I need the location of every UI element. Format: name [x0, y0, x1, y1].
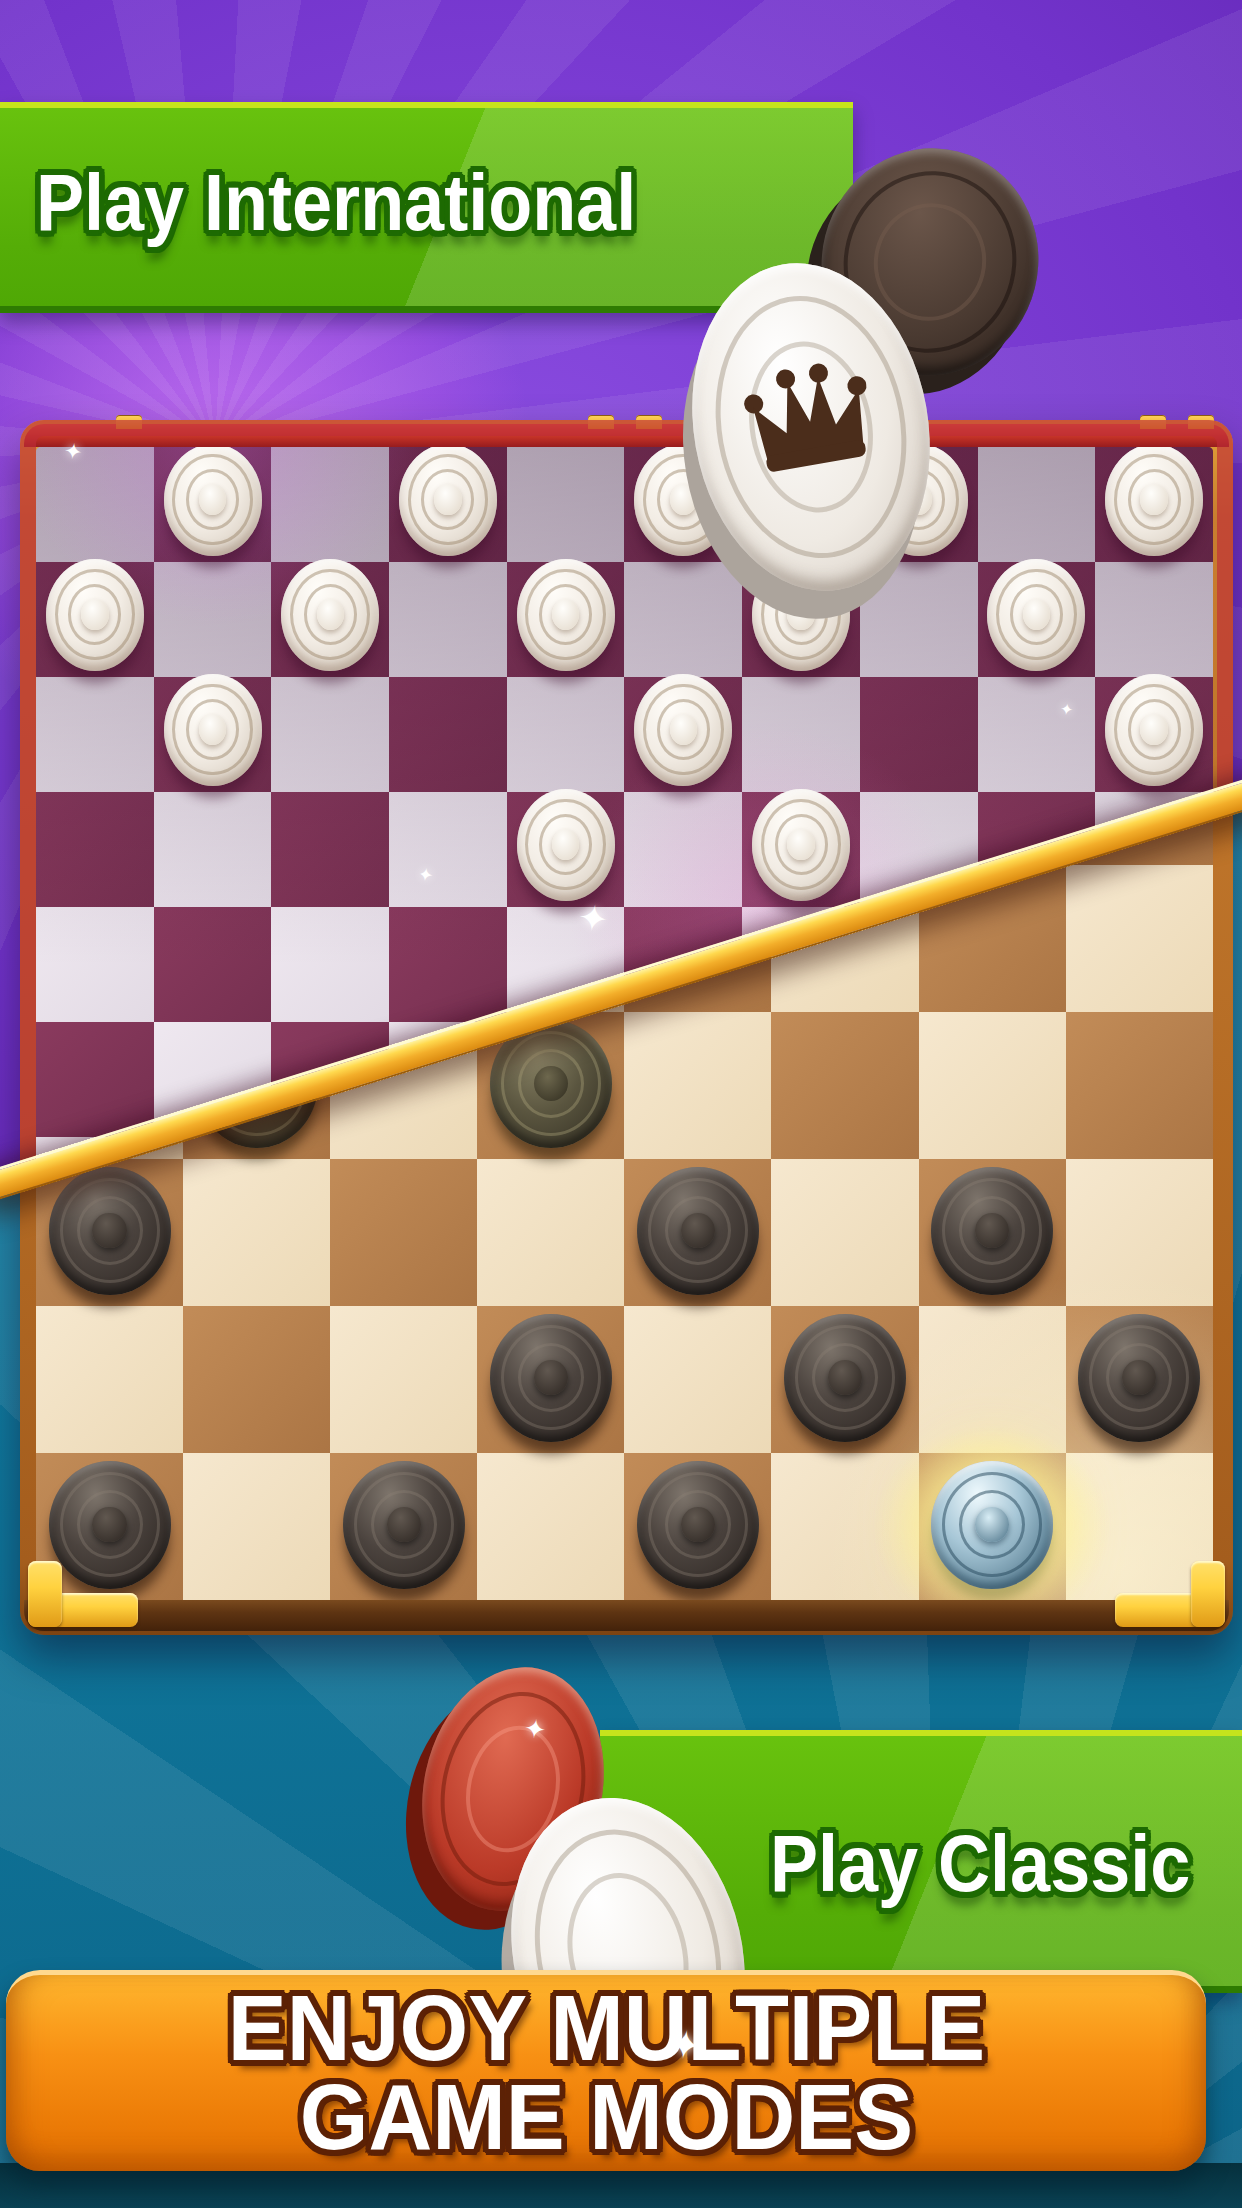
dark-square: [36, 1022, 154, 1137]
light-square: [507, 677, 625, 792]
dark-checker-piece[interactable]: [49, 1461, 171, 1589]
light-square: [624, 1012, 771, 1159]
light-square: [271, 907, 389, 1022]
light-square: [477, 1159, 624, 1306]
frame-notch: [1188, 415, 1214, 429]
light-square: [978, 677, 1096, 792]
light-square: [154, 792, 272, 907]
sparkle-icon: ✦: [665, 2020, 705, 2070]
sparkle-icon: ✦: [62, 438, 84, 466]
dark-checker-piece[interactable]: [784, 1314, 906, 1442]
frame-notch: [588, 415, 614, 429]
sparkle-icon: ✦: [1059, 699, 1075, 720]
dark-square: [183, 1306, 330, 1453]
piece-dome: [787, 829, 814, 860]
white-checker-piece[interactable]: [1105, 447, 1203, 556]
light-square: [1066, 865, 1213, 1012]
white-checker-piece[interactable]: [634, 674, 732, 786]
dark-square: [771, 1012, 918, 1159]
white-checker-piece[interactable]: [399, 447, 497, 556]
light-square: [36, 907, 154, 1022]
sparkle-icon: ✦: [522, 1713, 548, 1747]
light-square: [36, 1306, 183, 1453]
white-checker-piece[interactable]: [517, 789, 615, 901]
piece-dome: [1023, 599, 1050, 630]
light-square: [1066, 1159, 1213, 1306]
piece-dome: [681, 1213, 715, 1249]
gold-corner-bottom-right-v: [1191, 1561, 1225, 1627]
piece-dome: [534, 1360, 568, 1396]
dark-square: [1066, 1012, 1213, 1159]
dark-square: [389, 677, 507, 792]
piece-dome: [1140, 714, 1167, 745]
light-square: [978, 447, 1096, 562]
dark-checker-piece[interactable]: [343, 1461, 465, 1589]
light-square: [771, 1159, 918, 1306]
gold-corner-bottom-left-v: [28, 1561, 62, 1627]
piece-dome: [534, 1066, 568, 1102]
play-classic-label: Play Classic: [770, 1818, 1190, 1910]
light-square: [389, 792, 507, 907]
piece-dome: [434, 484, 461, 515]
piece-dome: [387, 1507, 421, 1543]
light-square: [624, 792, 742, 907]
white-checker-piece[interactable]: [164, 674, 262, 786]
piece-dome: [92, 1213, 126, 1249]
light-square: [36, 677, 154, 792]
piece-dome: [317, 599, 344, 630]
piece-dome: [1140, 484, 1167, 515]
footer-banner[interactable]: ENJOY MULTIPLE GAME MODES: [6, 1970, 1206, 2171]
light-square: [271, 677, 389, 792]
white-checker-piece[interactable]: [1105, 674, 1203, 786]
board-frame-bottom: [24, 1600, 1229, 1631]
dark-square: [330, 1159, 477, 1306]
sparkle-icon: ✦: [417, 863, 435, 887]
light-square: [183, 1159, 330, 1306]
white-checker-piece[interactable]: [281, 559, 379, 671]
light-square: [271, 447, 389, 562]
piece-dome: [81, 599, 108, 630]
light-square: [330, 1306, 477, 1453]
light-square: [389, 562, 507, 677]
dark-checker-piece[interactable]: [490, 1314, 612, 1442]
light-square: [742, 677, 860, 792]
board-frame-top: [24, 424, 1229, 447]
white-checker-piece[interactable]: [987, 559, 1085, 671]
footer-line-1: ENJOY MULTIPLE: [227, 1984, 984, 2073]
piece-dome: [670, 714, 697, 745]
light-square: [507, 447, 625, 562]
light-square: [477, 1453, 624, 1600]
board-inner: [36, 447, 1213, 1600]
light-square: [1095, 562, 1213, 677]
dark-square: [36, 792, 154, 907]
light-square: [624, 1306, 771, 1453]
light-square: [919, 1012, 1066, 1159]
light-square: [36, 447, 154, 562]
white-checker-piece[interactable]: [752, 789, 850, 901]
dark-checker-piece[interactable]: [637, 1461, 759, 1589]
promo-screenshot: Play International Play Classic: [0, 0, 1242, 2208]
dark-square: [271, 792, 389, 907]
frame-notch: [636, 415, 662, 429]
frame-notch: [1140, 415, 1166, 429]
dark-checker-piece[interactable]: [931, 1167, 1053, 1295]
crown-icon: [739, 352, 880, 482]
dark-square: [860, 677, 978, 792]
dark-checker-piece[interactable]: [1078, 1314, 1200, 1442]
footer-line-2: GAME MODES: [299, 2073, 912, 2162]
piece-dome: [92, 1507, 126, 1543]
light-square: [183, 1453, 330, 1600]
piece-dome: [681, 1507, 715, 1543]
checkers-board: [20, 420, 1233, 1635]
dark-square: [389, 907, 507, 1022]
white-checker-piece[interactable]: [517, 559, 615, 671]
dark-square: [154, 907, 272, 1022]
white-checker-piece[interactable]: [46, 559, 144, 671]
white-checker-piece[interactable]: [164, 447, 262, 556]
sparkle-icon: ✦: [575, 896, 611, 942]
play-international-label: Play International: [36, 157, 636, 249]
dark-checker-piece[interactable]: [637, 1167, 759, 1295]
steel-checker-piece[interactable]: [931, 1461, 1053, 1589]
dark-checker-piece[interactable]: [49, 1167, 171, 1295]
frame-notch: [116, 415, 142, 429]
light-square: [154, 562, 272, 677]
